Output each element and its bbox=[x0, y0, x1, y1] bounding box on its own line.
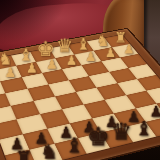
white-pawn[interactable]: ♟ bbox=[119, 42, 139, 55]
black-bishop[interactable]: ♝ bbox=[132, 119, 157, 139]
square[interactable]: ♜ bbox=[5, 149, 37, 160]
photo-scene: ♜♞♝♚♛♝♞♜♟♟♟♟♟♟♟♟♟♟♟♟♟♟♟♟♜♞♝♚♛♝♞♜ bbox=[0, 0, 160, 160]
white-pawn[interactable]: ♟ bbox=[21, 61, 42, 74]
black-knight[interactable]: ♞ bbox=[36, 142, 62, 160]
board-frame: ♜♞♝♚♛♝♞♜♟♟♟♟♟♟♟♟♟♟♟♟♟♟♟♟♜♞♝♚♛♝♞♜ bbox=[0, 28, 160, 160]
black-bishop[interactable]: ♝ bbox=[61, 135, 87, 156]
black-queen[interactable]: ♛ bbox=[109, 121, 134, 145]
black-king[interactable]: ♚ bbox=[85, 125, 111, 150]
board-grid: ♜♞♝♚♛♝♞♜♟♟♟♟♟♟♟♟♟♟♟♟♟♟♟♟♜♞♝♚♛♝♞♜ bbox=[0, 34, 160, 160]
white-pawn[interactable]: ♟ bbox=[41, 57, 62, 70]
white-pawn[interactable]: ♟ bbox=[81, 50, 102, 63]
board-scene: ♜♞♝♚♛♝♞♜♟♟♟♟♟♟♟♟♟♟♟♟♟♟♟♟♜♞♝♚♛♝♞♜ bbox=[0, 0, 160, 160]
chess-board: ♜♞♝♚♛♝♞♜♟♟♟♟♟♟♟♟♟♟♟♟♟♟♟♟♜♞♝♚♛♝♞♜ bbox=[0, 28, 160, 160]
white-pawn[interactable]: ♟ bbox=[0, 65, 21, 79]
black-rook[interactable]: ♜ bbox=[11, 149, 38, 160]
white-pawn[interactable]: ♟ bbox=[61, 53, 82, 66]
white-pawn[interactable]: ♟ bbox=[100, 46, 120, 59]
